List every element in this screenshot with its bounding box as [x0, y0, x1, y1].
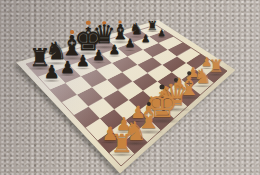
piece-black-pawn-a7[interactable]: ♟: [157, 28, 165, 37]
piece-black-pawn-g7[interactable]: ♟: [60, 58, 75, 75]
piece-black-pawn-e7[interactable]: ♟: [92, 48, 105, 62]
pieces-layer: ♜♞♝♛♚♝♞♜♟♟♟♟♟♟♟♟♟♟♟♟♟♟♟♟♜♞♝♛♚♝♞♜: [0, 0, 260, 175]
piece-black-pawn-f7[interactable]: ♟: [76, 53, 90, 69]
piece-black-rook-a8[interactable]: ♜: [147, 19, 158, 31]
piece-black-pawn-b7[interactable]: ♟: [141, 33, 150, 43]
piece-black-pawn-d7[interactable]: ♟: [109, 43, 121, 56]
piece-white-rook-h1[interactable]: ♜: [110, 131, 133, 156]
piece-black-pawn-h7[interactable]: ♟: [44, 63, 60, 81]
carpet: ♜♞♝♛♚♝♞♜♟♟♟♟♟♟♟♟♟♟♟♟♟♟♟♟♜♞♝♛♚♝♞♜: [0, 0, 260, 175]
piece-black-pawn-c7[interactable]: ♟: [125, 38, 135, 50]
